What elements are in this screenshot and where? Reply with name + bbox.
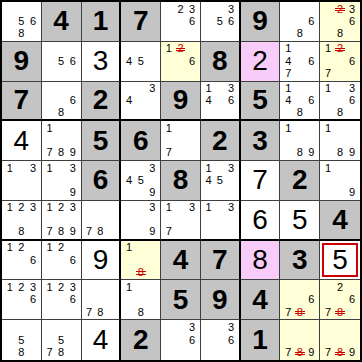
pencil-mark: 7: [84, 306, 95, 318]
pencil-mark-struck: 8: [334, 306, 346, 318]
pencil-mark: 4: [123, 55, 135, 67]
cell-r3c1[interactable]: 7: [2, 82, 42, 122]
pencil-mark: 5: [214, 174, 225, 186]
pencil-marks: 126: [2, 241, 41, 280]
pencil-mark: 1: [44, 281, 56, 293]
cell-r3c5[interactable]: 9: [161, 82, 201, 122]
pencil-mark: 9: [306, 147, 318, 159]
pencil-mark-struck: 8: [334, 346, 346, 359]
pencil-mark: 8: [135, 306, 147, 318]
pencil-marks: 356: [201, 2, 239, 41]
pencil-mark: 1: [163, 202, 175, 214]
cell-r5c6[interactable]: 1345: [201, 161, 241, 201]
pencil-marks: 36: [161, 320, 200, 360]
pencil-mark: 6: [67, 55, 79, 67]
pencil-mark: 6: [306, 94, 318, 106]
pencil-mark: 1: [4, 162, 16, 174]
cell-r6c3[interactable]: 78: [82, 201, 122, 241]
pencil-marks: 68: [280, 2, 319, 41]
cell-r6c1[interactable]: 1238: [2, 201, 42, 241]
cell-r1c7[interactable]: 9: [241, 2, 281, 42]
cell-r9c8[interactable]: 789: [280, 320, 320, 360]
cell-r4c6[interactable]: 2: [201, 121, 241, 161]
pencil-marks: 578: [42, 320, 81, 360]
pencil-mark: 3: [346, 3, 358, 15]
given-digit: 9: [212, 286, 228, 314]
pencil-mark: 3: [67, 281, 79, 293]
pencil-mark: 5: [16, 15, 28, 27]
cell-r3c7[interactable]: 5: [241, 82, 281, 122]
pencil-mark: 4: [282, 55, 294, 67]
pencil-marks: 2678: [320, 280, 360, 319]
solved-digit: 4: [14, 127, 30, 155]
pencil-mark: 1: [322, 43, 334, 55]
pencil-mark: 6: [306, 294, 318, 306]
pencil-mark: 3: [67, 202, 79, 214]
pencil-mark: 8: [294, 106, 306, 118]
pencil-marks: 139: [42, 161, 81, 200]
cell-r2c3[interactable]: 3: [82, 42, 122, 82]
pencil-mark: 3: [147, 83, 159, 95]
cell-r8c6[interactable]: 9: [201, 280, 241, 320]
cell-r9c3[interactable]: 4: [82, 320, 122, 360]
given-digit: 7: [212, 246, 228, 274]
pencil-marks: 123789: [42, 201, 81, 239]
cell-r8c5[interactable]: 5: [161, 280, 201, 320]
cell-r5c8[interactable]: 2: [280, 161, 320, 201]
pencil-mark: 9: [306, 346, 318, 359]
cell-r3c9[interactable]: 1368: [320, 82, 360, 122]
given-digit: 2: [212, 127, 228, 155]
pencil-mark: 3: [67, 162, 79, 174]
pencil-mark: 6: [27, 15, 39, 27]
cell-r8c4[interactable]: 18: [121, 280, 161, 320]
pencil-marks: 678: [280, 280, 319, 319]
pencil-mark: 6: [225, 94, 236, 106]
given-digit: 8: [212, 47, 228, 75]
given-digit: 4: [252, 286, 268, 314]
solved-digit: 5: [332, 246, 348, 274]
cell-r4c3[interactable]: 5: [82, 121, 122, 161]
pencil-mark: 7: [84, 226, 95, 238]
pencil-marks: 56: [42, 42, 81, 81]
pencil-mark: 8: [294, 28, 306, 40]
pencil-mark: 3: [225, 83, 236, 95]
solved-digit: 4: [93, 326, 109, 354]
pencil-mark: 6: [346, 55, 358, 67]
pencil-mark: 9: [346, 147, 358, 159]
pencil-marks: 1346: [201, 82, 239, 120]
given-digit: 2: [93, 86, 109, 114]
pencil-mark: 6: [346, 94, 358, 106]
pencil-marks: 18: [121, 280, 160, 319]
given-digit: 6: [93, 166, 109, 194]
pencil-mark: 1: [4, 202, 16, 214]
cell-r9c9[interactable]: 789: [320, 320, 360, 360]
pencil-mark: 4: [123, 174, 135, 186]
pencil-mark: 2: [175, 3, 187, 15]
pencil-mark: 1: [282, 122, 294, 134]
cell-r2c5[interactable]: 126: [161, 42, 201, 82]
cell-r1c6[interactable]: 356: [201, 2, 241, 42]
pencil-mark: 1: [203, 202, 214, 214]
pencil-mark: 2: [55, 281, 67, 293]
pencil-marks: 1236: [2, 280, 41, 319]
cell-r6c8[interactable]: 5: [280, 201, 320, 241]
pencil-mark: 7: [322, 306, 334, 318]
cell-r7c1[interactable]: 126: [2, 241, 42, 281]
pencil-mark: 9: [67, 226, 79, 238]
given-digit: 4: [53, 7, 69, 35]
pencil-mark: 5: [214, 15, 225, 27]
pencil-mark: 7: [44, 346, 56, 359]
pencil-marks: 137: [161, 201, 200, 239]
pencil-marks: 3459: [121, 161, 160, 200]
pencil-mark: 6: [186, 15, 198, 27]
pencil-mark: 2: [334, 281, 346, 293]
pencil-mark: 7: [282, 67, 294, 79]
pencil-mark: 4: [203, 94, 214, 106]
pencil-marks: 189: [320, 121, 360, 160]
pencil-mark: 8: [334, 106, 346, 118]
pencil-mark: 5: [135, 174, 147, 186]
given-digit: 3: [292, 246, 308, 274]
pencil-marks: 13: [201, 201, 239, 239]
pencil-marks: 17: [161, 121, 200, 160]
pencil-mark: 8: [55, 226, 67, 238]
pencil-marks: 36: [201, 320, 239, 360]
pencil-mark: 1: [322, 162, 334, 174]
given-digit: 8: [173, 166, 189, 194]
cell-r8c9[interactable]: 2678: [320, 280, 360, 320]
cell-r3c8[interactable]: 1468: [280, 82, 320, 122]
pencil-mark: 1: [44, 242, 56, 254]
cell-r8c7[interactable]: 4: [241, 280, 281, 320]
pencil-marks: 1468: [280, 82, 319, 120]
pencil-mark-struck: 2: [175, 43, 187, 55]
cell-r6c9[interactable]: 4: [320, 201, 360, 241]
pencil-mark: 9: [346, 346, 358, 359]
pencil-mark: 3: [147, 162, 159, 174]
pencil-mark: 2: [16, 281, 28, 293]
pencil-mark: 4: [282, 94, 294, 106]
pencil-mark: 7: [44, 226, 56, 238]
cell-r7c2[interactable]: 126: [42, 241, 82, 281]
pencil-mark: 8: [16, 346, 28, 359]
cell-r9c2[interactable]: 578: [42, 320, 82, 360]
pencil-mark: 6: [27, 294, 39, 306]
pencil-mark: 3: [27, 162, 39, 174]
cell-r2c9[interactable]: 1267: [320, 42, 360, 82]
pencil-marks: 78: [82, 201, 120, 239]
pencil-mark: 9: [346, 187, 358, 199]
cell-r7c7[interactable]: 8: [241, 241, 281, 281]
pencil-mark: 8: [16, 28, 28, 40]
pencil-mark: 1: [163, 43, 175, 55]
solved-digit: 7: [252, 166, 268, 194]
cell-r8c2[interactable]: 1236: [42, 280, 82, 320]
given-digit: 5: [93, 127, 109, 155]
cell-r5c1[interactable]: 13: [2, 161, 42, 201]
cell-r7c8[interactable]: 3: [280, 241, 320, 281]
cell-r7c9[interactable]: 5: [320, 241, 360, 281]
given-digit: 9: [173, 86, 189, 114]
cell-r4c8[interactable]: 189: [280, 121, 320, 161]
pencil-mark: 1: [44, 122, 56, 134]
cell-r9c6[interactable]: 36: [201, 320, 241, 360]
cell-r5c5[interactable]: 8: [161, 161, 201, 201]
pencil-mark: 1: [44, 162, 56, 174]
given-digit: 7: [133, 7, 149, 35]
given-digit: 9: [252, 7, 268, 35]
pencil-mark: 6: [27, 254, 39, 266]
pencil-mark: 1: [123, 242, 135, 254]
cell-r6c4[interactable]: 39: [121, 201, 161, 241]
pencil-mark: 8: [95, 226, 106, 238]
pencil-marks: 13: [2, 161, 41, 200]
cell-r7c3[interactable]: 9: [82, 241, 122, 281]
pencil-marks: 78: [82, 280, 120, 319]
cell-r3c2[interactable]: 68: [42, 82, 82, 122]
cell-r9c7[interactable]: 1: [241, 320, 281, 360]
pencil-mark: 6: [67, 254, 79, 266]
pencil-mark: 6: [306, 55, 318, 67]
pencil-mark: 3: [147, 202, 159, 214]
given-digit: 4: [173, 246, 189, 274]
pencil-mark: 7: [163, 226, 175, 238]
cell-r4c2[interactable]: 1789: [42, 121, 82, 161]
pencil-mark: 6: [306, 15, 318, 27]
pencil-marks: 34: [121, 82, 160, 120]
given-digit: 7: [14, 86, 30, 114]
cell-r4c9[interactable]: 189: [320, 121, 360, 161]
pencil-mark-struck: 8: [294, 306, 306, 318]
pencil-mark-struck: 2: [334, 43, 346, 55]
cell-r4c1[interactable]: 4: [2, 121, 42, 161]
pencil-marks: 126: [161, 42, 200, 81]
pencil-mark-struck: 2: [334, 3, 346, 15]
solved-digit: 3: [93, 47, 109, 75]
cell-r4c5[interactable]: 17: [161, 121, 201, 161]
pencil-mark: 1: [4, 242, 16, 254]
pencil-mark: 8: [95, 306, 106, 318]
cell-r5c2[interactable]: 139: [42, 161, 82, 201]
cell-r2c8[interactable]: 1467: [280, 42, 320, 82]
cell-r5c9[interactable]: 19: [320, 161, 360, 201]
cell-r6c2[interactable]: 123789: [42, 201, 82, 241]
pencil-mark: 9: [147, 187, 159, 199]
cell-r1c9[interactable]: 2368: [320, 2, 360, 42]
pencil-mark: 9: [147, 226, 159, 238]
pencil-mark: 2: [55, 242, 67, 254]
given-digit: 6: [133, 127, 149, 155]
pencil-mark-struck: 8: [135, 266, 147, 278]
cell-r1c1[interactable]: 568: [2, 2, 42, 42]
cell-r8c8[interactable]: 678: [280, 280, 320, 320]
cell-r2c2[interactable]: 56: [42, 42, 82, 82]
pencil-marks: 236: [161, 2, 200, 41]
pencil-marks: 789: [280, 320, 319, 360]
pencil-mark: 5: [55, 55, 67, 67]
pencil-marks: 1368: [320, 82, 360, 120]
pencil-marks: 18: [121, 241, 160, 280]
pencil-mark: 2: [55, 202, 67, 214]
given-digit: 2: [133, 326, 149, 354]
pencil-mark: 1: [322, 83, 334, 95]
pencil-mark: 1: [322, 122, 334, 134]
cell-r1c8[interactable]: 68: [280, 2, 320, 42]
pencil-mark: 2: [16, 242, 28, 254]
pencil-mark: 7: [282, 306, 294, 318]
pencil-mark: 6: [346, 15, 358, 27]
pencil-marks: 58: [2, 320, 41, 360]
cell-r8c1[interactable]: 1236: [2, 280, 42, 320]
cell-r1c2[interactable]: 4: [42, 2, 82, 42]
pencil-marks: 1236: [42, 280, 81, 319]
pencil-mark: 1: [163, 122, 175, 134]
pencil-mark: 4: [203, 174, 214, 186]
pencil-mark: 7: [322, 346, 334, 359]
pencil-mark: 6: [346, 294, 358, 306]
cell-r2c7[interactable]: 2: [241, 42, 281, 82]
cell-r1c4[interactable]: 7: [121, 2, 161, 42]
pencil-mark: 3: [225, 202, 236, 214]
solved-digit: 5: [292, 206, 308, 234]
pencil-mark: 6: [67, 94, 79, 106]
pencil-mark: 1: [282, 83, 294, 95]
pencil-marks: 2368: [320, 2, 360, 41]
given-digit: 9: [14, 47, 30, 75]
pencil-marks: 789: [320, 320, 360, 360]
pencil-mark: 7: [322, 67, 334, 79]
pencil-mark: 6: [186, 55, 198, 67]
cell-r7c4[interactable]: 18: [121, 241, 161, 281]
cell-r7c5[interactable]: 4: [161, 241, 201, 281]
cell-r1c3[interactable]: 1: [82, 2, 122, 42]
pencil-mark: 3: [186, 3, 198, 15]
pencil-mark: 6: [225, 15, 236, 27]
pencil-mark: 7: [282, 346, 294, 359]
pencil-mark: 3: [27, 281, 39, 293]
pencil-mark: 9: [67, 187, 79, 199]
pencil-mark: 8: [16, 226, 28, 238]
pencil-mark: 7: [44, 147, 56, 159]
pencil-mark: 9: [67, 147, 79, 159]
pencil-mark: 8: [55, 147, 67, 159]
pencil-mark: 3: [225, 321, 236, 334]
pencil-mark-struck: 8: [294, 346, 306, 359]
pencil-mark: 6: [186, 334, 198, 347]
given-digit: 3: [252, 127, 268, 155]
pencil-marks: 39: [121, 201, 160, 239]
pencil-mark: 6: [225, 334, 236, 347]
given-digit: 1: [93, 7, 109, 35]
pencil-mark: 3: [27, 202, 39, 214]
pencil-marks: 568: [2, 2, 41, 41]
pencil-mark: 8: [55, 106, 67, 118]
cell-r1c5[interactable]: 236: [161, 2, 201, 42]
cell-r3c3[interactable]: 2: [82, 82, 122, 122]
cell-r5c7[interactable]: 7: [241, 161, 281, 201]
cell-r7c6[interactable]: 7: [201, 241, 241, 281]
cell-r2c6[interactable]: 8: [201, 42, 241, 82]
cell-r5c4[interactable]: 3459: [121, 161, 161, 201]
pencil-mark: 3: [225, 162, 236, 174]
cell-r3c4[interactable]: 34: [121, 82, 161, 122]
pencil-mark: 3: [346, 83, 358, 95]
cell-r6c5[interactable]: 137: [161, 201, 201, 241]
solved-digit: 6: [252, 206, 268, 234]
pencil-mark: 1: [4, 281, 16, 293]
pencil-mark: 6: [67, 294, 79, 306]
solved-digit: 9: [93, 246, 109, 274]
pencil-marks: 1345: [201, 161, 239, 200]
pencil-marks: 1789: [42, 121, 81, 160]
pencil-marks: 1267: [320, 42, 360, 81]
cell-r9c1[interactable]: 58: [2, 320, 42, 360]
pencil-mark: 8: [294, 147, 306, 159]
pencil-mark: 8: [55, 346, 67, 359]
cell-r4c7[interactable]: 3: [241, 121, 281, 161]
pencil-mark: 8: [334, 28, 346, 40]
pencil-mark: 1: [123, 281, 135, 293]
given-digit: 5: [252, 86, 268, 114]
pencil-mark: 2: [16, 202, 28, 214]
sudoku-board: 5684172363569682368956345126821467126776…: [0, 0, 362, 362]
pencil-marks: 1467: [280, 42, 319, 81]
cell-r9c5[interactable]: 36: [161, 320, 201, 360]
pencil-mark: 1: [44, 202, 56, 214]
pencil-marks: 189: [280, 121, 319, 160]
cell-r6c7[interactable]: 6: [241, 201, 281, 241]
pencil-marks: 19: [320, 161, 360, 200]
pencil-mark: 3: [186, 321, 198, 334]
cell-r6c6[interactable]: 13: [201, 201, 241, 241]
given-digit: 1: [252, 326, 268, 354]
pencil-mark: 1: [282, 43, 294, 55]
cell-r2c1[interactable]: 9: [2, 42, 42, 82]
pencil-mark: 7: [163, 147, 175, 159]
pencil-marks: 126: [42, 241, 81, 280]
cell-r8c3[interactable]: 78: [82, 280, 122, 320]
pencil-mark: 3: [186, 202, 198, 214]
given-digit: 4: [332, 206, 348, 234]
pencil-mark: 5: [16, 334, 28, 347]
pencil-mark: 5: [55, 334, 67, 347]
given-digit: 2: [292, 166, 308, 194]
pencil-mark: 1: [203, 162, 214, 174]
cell-r9c4[interactable]: 2: [121, 320, 161, 360]
pencil-marks: 1238: [2, 201, 41, 239]
cell-r4c4[interactable]: 6: [121, 121, 161, 161]
cell-r3c6[interactable]: 1346: [201, 82, 241, 122]
pencil-mark: 4: [123, 94, 135, 106]
pencil-marks: 45: [121, 42, 160, 81]
pencil-mark: 5: [135, 55, 147, 67]
solved-digit: 8: [252, 246, 268, 274]
pencil-marks: 68: [42, 82, 81, 120]
pencil-mark: 8: [334, 147, 346, 159]
pencil-mark: 3: [225, 3, 236, 15]
solved-digit: 2: [252, 47, 268, 75]
pencil-mark: 1: [203, 83, 214, 95]
cell-r5c3[interactable]: 6: [82, 161, 122, 201]
cell-r2c4[interactable]: 45: [121, 42, 161, 82]
given-digit: 5: [173, 286, 189, 314]
